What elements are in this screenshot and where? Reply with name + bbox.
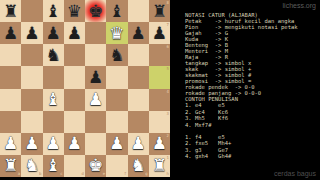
- square-d2[interactable]: ♟: [64, 133, 85, 155]
- square-g6[interactable]: [128, 44, 149, 66]
- piece-black-pawn[interactable]: ♟: [88, 69, 103, 86]
- square-d1[interactable]: d: [64, 155, 85, 177]
- rank-label-6: 6: [167, 45, 169, 49]
- square-e2[interactable]: [85, 133, 106, 155]
- square-h2[interactable]: ♟2: [149, 133, 170, 155]
- square-c3[interactable]: [43, 111, 64, 133]
- piece-white-pawn[interactable]: ♟: [67, 135, 82, 152]
- lichess-watermark: lichess.org: [283, 2, 316, 9]
- square-g1[interactable]: ♞g: [128, 155, 149, 177]
- square-c4[interactable]: ♝: [43, 89, 64, 111]
- example-game-1: 1. e4 e5 2. Gc4 Kc6 3. Mh5 Kf6 4. Mxf7#: [185, 102, 298, 128]
- piece-black-knight[interactable]: ♞: [46, 47, 61, 64]
- piece-white-rook[interactable]: ♜: [3, 157, 18, 174]
- square-c8[interactable]: ♝: [43, 0, 64, 22]
- square-e6[interactable]: [85, 44, 106, 66]
- square-e3[interactable]: [85, 111, 106, 133]
- square-b3[interactable]: [21, 111, 42, 133]
- square-b5[interactable]: [21, 66, 42, 88]
- piece-black-pawn[interactable]: ♟: [46, 25, 61, 42]
- square-f8[interactable]: ♝: [106, 0, 127, 22]
- square-f2[interactable]: ♟: [106, 133, 127, 155]
- square-g3[interactable]: [128, 111, 149, 133]
- square-d6[interactable]: [64, 44, 85, 66]
- square-d5[interactable]: [64, 66, 85, 88]
- piece-white-queen[interactable]: ♛: [109, 25, 124, 42]
- square-h4[interactable]: 4: [149, 89, 170, 111]
- square-f7[interactable]: ♛: [106, 22, 127, 44]
- square-h5[interactable]: 5: [149, 66, 170, 88]
- square-e4[interactable]: ♟: [85, 89, 106, 111]
- square-h7[interactable]: ♟7: [149, 22, 170, 44]
- piece-black-queen[interactable]: ♛: [67, 3, 82, 20]
- square-f6[interactable]: ♞: [106, 44, 127, 66]
- square-a6[interactable]: [0, 44, 21, 66]
- piece-black-pawn[interactable]: ♟: [67, 25, 82, 42]
- file-label-d: d: [82, 172, 84, 176]
- piece-black-bishop[interactable]: ♝: [109, 3, 124, 20]
- square-c2[interactable]: ♟: [43, 133, 64, 155]
- square-b4[interactable]: [21, 89, 42, 111]
- square-e5[interactable]: ♟: [85, 66, 106, 88]
- piece-black-knight[interactable]: ♞: [109, 47, 124, 64]
- square-d8[interactable]: ♛: [64, 0, 85, 22]
- square-c1[interactable]: ♝c: [43, 155, 64, 177]
- piece-white-pawn[interactable]: ♟: [46, 135, 61, 152]
- piece-black-rook[interactable]: ♜: [3, 3, 18, 20]
- piece-white-pawn[interactable]: ♟: [152, 135, 167, 152]
- square-a8[interactable]: ♜: [0, 0, 21, 22]
- square-a1[interactable]: ♜a: [0, 155, 21, 177]
- square-e8[interactable]: ♚: [85, 0, 106, 22]
- square-d3[interactable]: [64, 111, 85, 133]
- piece-white-rook[interactable]: ♜: [152, 157, 167, 174]
- piece-white-pawn[interactable]: ♟: [3, 135, 18, 152]
- rank-label-4: 4: [167, 90, 169, 94]
- notation-content: NOTASI CATUR (ALJABAR) Petak -> huruf ke…: [185, 12, 298, 160]
- rank-label-5: 5: [167, 67, 169, 71]
- square-b7[interactable]: ♟: [21, 22, 42, 44]
- square-e1[interactable]: ♚e: [85, 155, 106, 177]
- square-h8[interactable]: ♜8: [149, 0, 170, 22]
- file-label-f: f: [124, 172, 126, 176]
- square-d7[interactable]: ♟: [64, 22, 85, 44]
- piece-white-knight[interactable]: ♞: [24, 157, 39, 174]
- piece-white-pawn[interactable]: ♟: [88, 91, 103, 108]
- square-b6[interactable]: [21, 44, 42, 66]
- square-a2[interactable]: ♟: [0, 133, 21, 155]
- square-g8[interactable]: [128, 0, 149, 22]
- square-h6[interactable]: 6: [149, 44, 170, 66]
- notation-panel: lichess.org NOTASI CATUR (ALJABAR) Petak…: [170, 0, 320, 180]
- square-g2[interactable]: ♟: [128, 133, 149, 155]
- square-g5[interactable]: [128, 66, 149, 88]
- channel-watermark: cerdas bagus: [274, 170, 316, 177]
- square-a3[interactable]: [0, 111, 21, 133]
- piece-white-bishop[interactable]: ♝: [46, 157, 61, 174]
- square-f3[interactable]: [106, 111, 127, 133]
- square-c5[interactable]: [43, 66, 64, 88]
- example-game-2: 1. f4 e5 2. fxe5 Mh4+ 3. g3 Ge7 4. gxh4 …: [185, 134, 298, 160]
- rank-label-3: 3: [167, 112, 169, 116]
- square-f4[interactable]: [106, 89, 127, 111]
- square-f1[interactable]: f: [106, 155, 127, 177]
- square-a4[interactable]: [0, 89, 21, 111]
- piece-black-king[interactable]: ♚: [88, 3, 103, 20]
- square-a7[interactable]: ♟: [0, 22, 21, 44]
- square-g4[interactable]: [128, 89, 149, 111]
- piece-white-knight[interactable]: ♞: [131, 157, 146, 174]
- video-frame: ♜♝♛♚♝♜8♟♟♟♟♛♟♟7♞♞6♟5♝♟43♟♟♟♟♟♟♟2♜a♞b♝cd♚…: [0, 0, 320, 180]
- square-c7[interactable]: ♟: [43, 22, 64, 44]
- square-a5[interactable]: [0, 66, 21, 88]
- square-h3[interactable]: 3: [149, 111, 170, 133]
- square-b8[interactable]: [21, 0, 42, 22]
- square-b2[interactable]: ♟: [21, 133, 42, 155]
- square-h1[interactable]: ♜h1: [149, 155, 170, 177]
- piece-black-pawn[interactable]: ♟: [131, 25, 146, 42]
- square-g7[interactable]: ♟: [128, 22, 149, 44]
- chess-board: ♜♝♛♚♝♜8♟♟♟♟♛♟♟7♞♞6♟5♝♟43♟♟♟♟♟♟♟2♜a♞b♝cd♚…: [0, 0, 170, 177]
- piece-black-bishop[interactable]: ♝: [46, 3, 61, 20]
- piece-black-pawn[interactable]: ♟: [152, 25, 167, 42]
- square-e7[interactable]: [85, 22, 106, 44]
- notation-rules: Petak -> huruf kecil dan angka Pion -> m…: [185, 18, 298, 96]
- piece-white-bishop[interactable]: ♝: [46, 91, 61, 108]
- piece-white-pawn[interactable]: ♟: [109, 135, 124, 152]
- square-c6[interactable]: ♞: [43, 44, 64, 66]
- piece-white-king[interactable]: ♚: [88, 157, 103, 174]
- piece-black-pawn[interactable]: ♟: [3, 25, 18, 42]
- piece-white-pawn[interactable]: ♟: [24, 135, 39, 152]
- piece-black-pawn[interactable]: ♟: [24, 25, 39, 42]
- piece-black-rook[interactable]: ♜: [152, 3, 167, 20]
- square-f5[interactable]: [106, 66, 127, 88]
- piece-white-pawn[interactable]: ♟: [131, 135, 146, 152]
- square-b1[interactable]: ♞b: [21, 155, 42, 177]
- square-d4[interactable]: [64, 89, 85, 111]
